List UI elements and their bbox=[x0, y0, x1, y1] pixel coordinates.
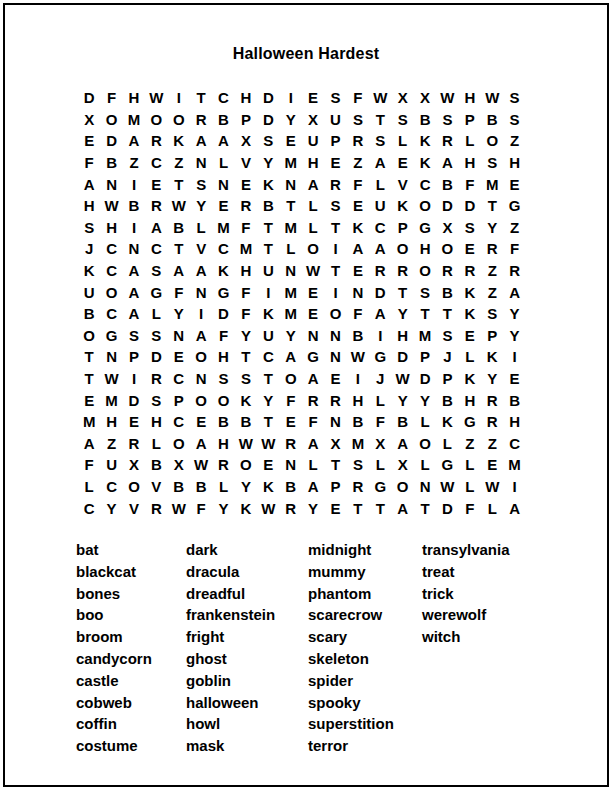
grid-cell[interactable]: F bbox=[347, 303, 369, 325]
grid-cell[interactable]: B bbox=[235, 411, 257, 433]
grid-cell[interactable]: Y bbox=[257, 389, 279, 411]
grid-cell[interactable]: R bbox=[123, 433, 145, 455]
grid-cell[interactable]: B bbox=[123, 195, 145, 217]
grid-cell[interactable]: A bbox=[78, 173, 100, 195]
grid-cell[interactable]: P bbox=[459, 109, 481, 131]
grid-cell[interactable]: W bbox=[168, 195, 190, 217]
grid-cell[interactable]: E bbox=[78, 130, 100, 152]
grid-cell[interactable]: R bbox=[391, 260, 413, 282]
grid-cell[interactable]: B bbox=[212, 411, 234, 433]
grid-cell[interactable]: D bbox=[414, 368, 436, 390]
grid-cell[interactable]: R bbox=[347, 476, 369, 498]
grid-cell[interactable]: A bbox=[123, 130, 145, 152]
grid-cell[interactable]: R bbox=[436, 130, 458, 152]
grid-cell[interactable]: R bbox=[145, 368, 167, 390]
grid-cell[interactable]: L bbox=[280, 238, 302, 260]
grid-cell[interactable]: F bbox=[235, 217, 257, 239]
grid-cell[interactable]: O bbox=[324, 303, 346, 325]
grid-cell[interactable]: T bbox=[78, 346, 100, 368]
grid-cell[interactable]: I bbox=[503, 476, 525, 498]
grid-cell[interactable]: M bbox=[100, 389, 122, 411]
grid-cell[interactable]: F bbox=[78, 454, 100, 476]
grid-cell[interactable]: H bbox=[145, 411, 167, 433]
grid-cell[interactable]: T bbox=[414, 497, 436, 519]
grid-cell[interactable]: R bbox=[481, 389, 503, 411]
grid-cell[interactable]: B bbox=[100, 152, 122, 174]
grid-cell[interactable]: P bbox=[123, 346, 145, 368]
grid-cell[interactable]: E bbox=[280, 411, 302, 433]
grid-cell[interactable]: E bbox=[235, 173, 257, 195]
grid-cell[interactable]: Z bbox=[123, 152, 145, 174]
grid-cell[interactable]: L bbox=[212, 152, 234, 174]
grid-cell[interactable]: A bbox=[168, 260, 190, 282]
grid-cell[interactable]: I bbox=[280, 87, 302, 109]
grid-cell[interactable]: M bbox=[280, 281, 302, 303]
grid-cell[interactable]: K bbox=[257, 173, 279, 195]
grid-cell[interactable]: N bbox=[324, 346, 346, 368]
grid-cell[interactable]: R bbox=[503, 260, 525, 282]
grid-cell[interactable]: Y bbox=[235, 325, 257, 347]
grid-cell[interactable]: X bbox=[436, 217, 458, 239]
grid-cell[interactable]: W bbox=[257, 497, 279, 519]
grid-cell[interactable]: X bbox=[235, 130, 257, 152]
grid-cell[interactable]: M bbox=[212, 217, 234, 239]
grid-cell[interactable]: W bbox=[257, 433, 279, 455]
grid-cell[interactable]: T bbox=[257, 368, 279, 390]
grid-cell[interactable]: R bbox=[145, 195, 167, 217]
grid-cell[interactable]: C bbox=[168, 368, 190, 390]
grid-cell[interactable]: K bbox=[414, 152, 436, 174]
grid-cell[interactable]: D bbox=[459, 195, 481, 217]
grid-cell[interactable]: E bbox=[302, 303, 324, 325]
grid-cell[interactable]: Z bbox=[503, 217, 525, 239]
grid-cell[interactable]: X bbox=[391, 454, 413, 476]
grid-cell[interactable]: N bbox=[280, 454, 302, 476]
grid-cell[interactable]: F bbox=[459, 173, 481, 195]
grid-cell[interactable]: A bbox=[302, 476, 324, 498]
grid-cell[interactable]: F bbox=[503, 238, 525, 260]
grid-cell[interactable]: Y bbox=[391, 389, 413, 411]
grid-cell[interactable]: O bbox=[414, 260, 436, 282]
grid-cell[interactable]: S bbox=[436, 109, 458, 131]
grid-cell[interactable]: L bbox=[391, 130, 413, 152]
grid-cell[interactable]: H bbox=[347, 389, 369, 411]
grid-cell[interactable]: S bbox=[369, 130, 391, 152]
grid-cell[interactable]: U bbox=[324, 109, 346, 131]
grid-cell[interactable]: A bbox=[391, 433, 413, 455]
grid-cell[interactable]: U bbox=[78, 281, 100, 303]
grid-cell[interactable]: E bbox=[481, 454, 503, 476]
grid-cell[interactable]: T bbox=[324, 217, 346, 239]
grid-cell[interactable]: P bbox=[414, 346, 436, 368]
grid-cell[interactable]: E bbox=[168, 346, 190, 368]
grid-cell[interactable]: D bbox=[123, 389, 145, 411]
grid-cell[interactable]: H bbox=[391, 325, 413, 347]
grid-cell[interactable]: T bbox=[168, 238, 190, 260]
grid-cell[interactable]: M bbox=[280, 152, 302, 174]
grid-cell[interactable]: F bbox=[347, 173, 369, 195]
grid-cell[interactable]: A bbox=[302, 368, 324, 390]
grid-cell[interactable]: L bbox=[369, 454, 391, 476]
grid-cell[interactable]: R bbox=[280, 433, 302, 455]
grid-cell[interactable]: G bbox=[145, 281, 167, 303]
grid-cell[interactable]: I bbox=[168, 87, 190, 109]
grid-cell[interactable]: Z bbox=[100, 433, 122, 455]
grid-cell[interactable]: Y bbox=[481, 368, 503, 390]
grid-cell[interactable]: F bbox=[302, 411, 324, 433]
grid-cell[interactable]: A bbox=[436, 152, 458, 174]
grid-cell[interactable]: U bbox=[302, 130, 324, 152]
grid-cell[interactable]: O bbox=[190, 389, 212, 411]
grid-cell[interactable]: Z bbox=[459, 433, 481, 455]
grid-cell[interactable]: A bbox=[123, 303, 145, 325]
grid-cell[interactable]: C bbox=[100, 238, 122, 260]
grid-cell[interactable]: Y bbox=[100, 497, 122, 519]
grid-cell[interactable]: O bbox=[190, 346, 212, 368]
grid-cell[interactable]: B bbox=[347, 325, 369, 347]
grid-cell[interactable]: R bbox=[324, 389, 346, 411]
grid-cell[interactable]: L bbox=[414, 454, 436, 476]
grid-cell[interactable]: A bbox=[280, 346, 302, 368]
grid-cell[interactable]: K bbox=[235, 389, 257, 411]
grid-cell[interactable]: D bbox=[78, 87, 100, 109]
grid-cell[interactable]: E bbox=[391, 152, 413, 174]
grid-cell[interactable]: E bbox=[347, 195, 369, 217]
grid-cell[interactable]: E bbox=[503, 368, 525, 390]
grid-cell[interactable]: B bbox=[347, 411, 369, 433]
grid-cell[interactable]: H bbox=[302, 152, 324, 174]
grid-cell[interactable]: B bbox=[190, 476, 212, 498]
grid-cell[interactable]: S bbox=[414, 281, 436, 303]
grid-cell[interactable]: I bbox=[190, 303, 212, 325]
grid-cell[interactable]: G bbox=[369, 476, 391, 498]
grid-cell[interactable]: R bbox=[481, 238, 503, 260]
grid-cell[interactable]: M bbox=[481, 173, 503, 195]
grid-cell[interactable]: N bbox=[100, 346, 122, 368]
grid-cell[interactable]: H bbox=[100, 411, 122, 433]
grid-cell[interactable]: P bbox=[235, 109, 257, 131]
grid-cell[interactable]: F bbox=[369, 411, 391, 433]
grid-cell[interactable]: E bbox=[257, 454, 279, 476]
grid-cell[interactable]: V bbox=[190, 238, 212, 260]
grid-cell[interactable]: C bbox=[145, 152, 167, 174]
grid-cell[interactable]: S bbox=[503, 87, 525, 109]
grid-cell[interactable]: R bbox=[369, 260, 391, 282]
grid-cell[interactable]: K bbox=[459, 303, 481, 325]
grid-cell[interactable]: E bbox=[190, 411, 212, 433]
grid-cell[interactable]: B bbox=[391, 411, 413, 433]
grid-cell[interactable]: Y bbox=[212, 497, 234, 519]
grid-cell[interactable]: M bbox=[347, 433, 369, 455]
grid-cell[interactable]: S bbox=[235, 368, 257, 390]
grid-cell[interactable]: T bbox=[347, 497, 369, 519]
grid-cell[interactable]: D bbox=[257, 87, 279, 109]
grid-cell[interactable]: Y bbox=[280, 325, 302, 347]
grid-cell[interactable]: G bbox=[436, 454, 458, 476]
grid-cell[interactable]: R bbox=[302, 389, 324, 411]
grid-cell[interactable]: M bbox=[414, 325, 436, 347]
grid-cell[interactable]: N bbox=[347, 281, 369, 303]
grid-cell[interactable]: L bbox=[481, 497, 503, 519]
grid-cell[interactable]: H bbox=[78, 195, 100, 217]
grid-cell[interactable]: S bbox=[391, 109, 413, 131]
grid-cell[interactable]: K bbox=[414, 130, 436, 152]
grid-cell[interactable]: K bbox=[459, 368, 481, 390]
grid-cell[interactable]: S bbox=[347, 454, 369, 476]
grid-cell[interactable]: T bbox=[190, 87, 212, 109]
grid-cell[interactable]: F bbox=[347, 87, 369, 109]
grid-cell[interactable]: S bbox=[503, 109, 525, 131]
grid-cell[interactable]: B bbox=[257, 195, 279, 217]
grid-cell[interactable]: S bbox=[123, 325, 145, 347]
grid-cell[interactable]: D bbox=[100, 130, 122, 152]
grid-cell[interactable]: M bbox=[280, 303, 302, 325]
grid-cell[interactable]: A bbox=[123, 260, 145, 282]
grid-cell[interactable]: T bbox=[324, 260, 346, 282]
grid-cell[interactable]: C bbox=[168, 411, 190, 433]
grid-cell[interactable]: G bbox=[369, 346, 391, 368]
grid-cell[interactable]: J bbox=[436, 346, 458, 368]
grid-cell[interactable]: T bbox=[391, 281, 413, 303]
grid-cell[interactable]: A bbox=[503, 497, 525, 519]
grid-cell[interactable]: T bbox=[257, 238, 279, 260]
grid-cell[interactable]: C bbox=[212, 238, 234, 260]
grid-cell[interactable]: A bbox=[503, 281, 525, 303]
grid-cell[interactable]: K bbox=[436, 411, 458, 433]
grid-cell[interactable]: M bbox=[280, 217, 302, 239]
grid-cell[interactable]: I bbox=[369, 325, 391, 347]
grid-cell[interactable]: E bbox=[347, 260, 369, 282]
grid-cell[interactable]: B bbox=[481, 109, 503, 131]
grid-cell[interactable]: L bbox=[459, 130, 481, 152]
grid-cell[interactable]: T bbox=[257, 411, 279, 433]
grid-cell[interactable]: A bbox=[190, 260, 212, 282]
grid-cell[interactable]: A bbox=[190, 130, 212, 152]
grid-cell[interactable]: O bbox=[145, 109, 167, 131]
grid-cell[interactable]: B bbox=[168, 217, 190, 239]
grid-cell[interactable]: W bbox=[100, 368, 122, 390]
grid-cell[interactable]: E bbox=[145, 173, 167, 195]
grid-cell[interactable]: E bbox=[78, 389, 100, 411]
grid-cell[interactable]: A bbox=[302, 173, 324, 195]
grid-cell[interactable]: G bbox=[503, 195, 525, 217]
grid-cell[interactable]: X bbox=[123, 454, 145, 476]
grid-cell[interactable]: S bbox=[481, 152, 503, 174]
grid-cell[interactable]: U bbox=[257, 260, 279, 282]
grid-cell[interactable]: D bbox=[436, 195, 458, 217]
grid-cell[interactable]: K bbox=[78, 260, 100, 282]
grid-cell[interactable]: B bbox=[168, 476, 190, 498]
grid-cell[interactable]: X bbox=[369, 433, 391, 455]
grid-cell[interactable]: H bbox=[100, 217, 122, 239]
grid-cell[interactable]: X bbox=[302, 109, 324, 131]
grid-cell[interactable]: L bbox=[302, 454, 324, 476]
grid-cell[interactable]: T bbox=[324, 454, 346, 476]
grid-cell[interactable]: W bbox=[302, 260, 324, 282]
grid-cell[interactable]: W bbox=[436, 476, 458, 498]
grid-cell[interactable]: R bbox=[324, 173, 346, 195]
grid-cell[interactable]: R bbox=[212, 454, 234, 476]
grid-cell[interactable]: E bbox=[302, 281, 324, 303]
grid-cell[interactable]: P bbox=[324, 130, 346, 152]
grid-cell[interactable]: S bbox=[145, 389, 167, 411]
grid-cell[interactable]: V bbox=[391, 173, 413, 195]
grid-cell[interactable]: O bbox=[235, 454, 257, 476]
grid-cell[interactable]: O bbox=[302, 238, 324, 260]
grid-cell[interactable]: K bbox=[168, 130, 190, 152]
grid-cell[interactable]: N bbox=[302, 325, 324, 347]
grid-cell[interactable]: Y bbox=[168, 303, 190, 325]
grid-cell[interactable]: M bbox=[78, 411, 100, 433]
grid-cell[interactable]: Y bbox=[257, 152, 279, 174]
grid-cell[interactable]: L bbox=[145, 433, 167, 455]
grid-cell[interactable]: I bbox=[123, 173, 145, 195]
grid-cell[interactable]: R bbox=[190, 109, 212, 131]
grid-cell[interactable]: G bbox=[459, 411, 481, 433]
grid-cell[interactable]: Z bbox=[481, 260, 503, 282]
grid-cell[interactable]: K bbox=[459, 281, 481, 303]
grid-cell[interactable]: D bbox=[436, 497, 458, 519]
grid-cell[interactable]: O bbox=[280, 368, 302, 390]
grid-cell[interactable]: F bbox=[100, 87, 122, 109]
grid-cell[interactable]: A bbox=[302, 433, 324, 455]
grid-cell[interactable]: O bbox=[100, 281, 122, 303]
grid-cell[interactable]: N bbox=[280, 260, 302, 282]
grid-cell[interactable]: T bbox=[168, 173, 190, 195]
grid-cell[interactable]: I bbox=[324, 281, 346, 303]
grid-cell[interactable]: N bbox=[414, 476, 436, 498]
grid-cell[interactable]: Y bbox=[235, 476, 257, 498]
grid-cell[interactable]: E bbox=[324, 497, 346, 519]
grid-cell[interactable]: S bbox=[78, 217, 100, 239]
grid-cell[interactable]: C bbox=[78, 497, 100, 519]
grid-cell[interactable]: A bbox=[190, 433, 212, 455]
grid-cell[interactable]: O bbox=[123, 476, 145, 498]
grid-cell[interactable]: Y bbox=[414, 389, 436, 411]
grid-cell[interactable]: T bbox=[369, 497, 391, 519]
grid-cell[interactable]: O bbox=[168, 109, 190, 131]
grid-cell[interactable]: Y bbox=[391, 303, 413, 325]
grid-cell[interactable]: F bbox=[459, 497, 481, 519]
grid-cell[interactable]: A bbox=[369, 152, 391, 174]
grid-cell[interactable]: T bbox=[235, 346, 257, 368]
grid-cell[interactable]: T bbox=[436, 303, 458, 325]
grid-cell[interactable]: X bbox=[414, 87, 436, 109]
grid-cell[interactable]: D bbox=[391, 346, 413, 368]
grid-cell[interactable]: V bbox=[235, 152, 257, 174]
grid-cell[interactable]: W bbox=[481, 87, 503, 109]
grid-cell[interactable]: X bbox=[324, 433, 346, 455]
grid-cell[interactable]: R bbox=[436, 260, 458, 282]
grid-cell[interactable]: K bbox=[481, 346, 503, 368]
grid-cell[interactable]: Z bbox=[481, 433, 503, 455]
grid-cell[interactable]: N bbox=[212, 173, 234, 195]
grid-cell[interactable]: S bbox=[190, 173, 212, 195]
grid-cell[interactable]: N bbox=[190, 152, 212, 174]
grid-cell[interactable]: N bbox=[324, 411, 346, 433]
grid-cell[interactable]: A bbox=[369, 238, 391, 260]
grid-cell[interactable]: M bbox=[503, 454, 525, 476]
grid-cell[interactable]: L bbox=[436, 433, 458, 455]
grid-cell[interactable]: F bbox=[212, 325, 234, 347]
grid-cell[interactable]: A bbox=[123, 281, 145, 303]
grid-cell[interactable]: I bbox=[503, 346, 525, 368]
grid-cell[interactable]: E bbox=[503, 173, 525, 195]
grid-cell[interactable]: J bbox=[78, 238, 100, 260]
grid-cell[interactable]: E bbox=[212, 195, 234, 217]
grid-cell[interactable]: O bbox=[414, 433, 436, 455]
grid-cell[interactable]: N bbox=[324, 325, 346, 347]
grid-cell[interactable]: M bbox=[235, 238, 257, 260]
grid-cell[interactable]: T bbox=[78, 368, 100, 390]
grid-cell[interactable]: A bbox=[369, 303, 391, 325]
grid-cell[interactable]: Y bbox=[503, 303, 525, 325]
grid-cell[interactable]: H bbox=[235, 87, 257, 109]
grid-cell[interactable]: L bbox=[369, 173, 391, 195]
grid-cell[interactable]: A bbox=[145, 217, 167, 239]
grid-cell[interactable]: J bbox=[369, 368, 391, 390]
grid-cell[interactable]: C bbox=[145, 238, 167, 260]
grid-cell[interactable]: H bbox=[503, 411, 525, 433]
grid-cell[interactable]: W bbox=[190, 454, 212, 476]
grid-cell[interactable]: C bbox=[100, 303, 122, 325]
grid-cell[interactable]: I bbox=[123, 368, 145, 390]
grid-cell[interactable]: K bbox=[347, 217, 369, 239]
grid-cell[interactable]: S bbox=[212, 368, 234, 390]
grid-cell[interactable]: E bbox=[302, 87, 324, 109]
grid-cell[interactable]: S bbox=[436, 325, 458, 347]
grid-cell[interactable]: T bbox=[414, 303, 436, 325]
grid-cell[interactable]: U bbox=[257, 325, 279, 347]
grid-cell[interactable]: E bbox=[123, 411, 145, 433]
grid-cell[interactable]: K bbox=[235, 497, 257, 519]
grid-cell[interactable]: X bbox=[168, 454, 190, 476]
grid-cell[interactable]: H bbox=[212, 433, 234, 455]
grid-cell[interactable]: P bbox=[436, 368, 458, 390]
grid-cell[interactable]: O bbox=[78, 325, 100, 347]
grid-cell[interactable]: T bbox=[280, 195, 302, 217]
grid-cell[interactable]: O bbox=[100, 109, 122, 131]
grid-cell[interactable]: Y bbox=[302, 497, 324, 519]
grid-cell[interactable]: Y bbox=[280, 109, 302, 131]
grid-cell[interactable]: Y bbox=[481, 217, 503, 239]
grid-cell[interactable]: F bbox=[190, 497, 212, 519]
grid-cell[interactable]: H bbox=[212, 346, 234, 368]
grid-cell[interactable]: S bbox=[257, 130, 279, 152]
grid-cell[interactable]: H bbox=[123, 87, 145, 109]
grid-cell[interactable]: M bbox=[123, 109, 145, 131]
grid-cell[interactable]: L bbox=[459, 476, 481, 498]
grid-cell[interactable]: W bbox=[481, 476, 503, 498]
grid-cell[interactable]: N bbox=[123, 238, 145, 260]
grid-cell[interactable]: H bbox=[235, 260, 257, 282]
grid-cell[interactable]: L bbox=[302, 217, 324, 239]
grid-cell[interactable]: K bbox=[212, 260, 234, 282]
grid-cell[interactable]: I bbox=[347, 368, 369, 390]
grid-cell[interactable]: B bbox=[503, 389, 525, 411]
grid-cell[interactable]: S bbox=[145, 260, 167, 282]
grid-cell[interactable]: A bbox=[391, 497, 413, 519]
grid-cell[interactable]: E bbox=[324, 368, 346, 390]
grid-cell[interactable]: A bbox=[347, 238, 369, 260]
grid-cell[interactable]: H bbox=[459, 152, 481, 174]
grid-cell[interactable]: O bbox=[212, 389, 234, 411]
grid-cell[interactable]: B bbox=[436, 389, 458, 411]
grid-cell[interactable]: U bbox=[100, 454, 122, 476]
grid-cell[interactable]: W bbox=[168, 497, 190, 519]
grid-cell[interactable]: W bbox=[347, 346, 369, 368]
grid-cell[interactable]: H bbox=[503, 152, 525, 174]
